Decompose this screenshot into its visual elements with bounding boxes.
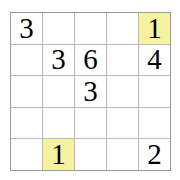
puzzle-page: 31364312: [0, 0, 180, 180]
cell-r5c2[interactable]: 1: [43, 139, 74, 170]
cell-r5c3[interactable]: [75, 139, 106, 170]
puzzle-board: 31364312: [10, 12, 171, 171]
cell-r2c1[interactable]: [11, 45, 42, 76]
cell-r3c2[interactable]: [43, 76, 74, 107]
cell-r3c5[interactable]: [139, 76, 170, 107]
cell-r3c3[interactable]: 3: [75, 76, 106, 107]
cell-r1c4[interactable]: [107, 13, 138, 44]
cell-r5c5[interactable]: 2: [139, 139, 170, 170]
cell-r4c4[interactable]: [107, 108, 138, 139]
cell-r1c5[interactable]: 1: [139, 13, 170, 44]
cell-r3c4[interactable]: [107, 76, 138, 107]
cell-r2c3[interactable]: 6: [75, 45, 106, 76]
cell-r4c3[interactable]: [75, 108, 106, 139]
cell-r5c1[interactable]: [11, 139, 42, 170]
cell-r3c1[interactable]: [11, 76, 42, 107]
cell-r1c1[interactable]: 3: [11, 13, 42, 44]
cell-r2c2[interactable]: 3: [43, 45, 74, 76]
cell-r2c4[interactable]: [107, 45, 138, 76]
cell-r4c2[interactable]: [43, 108, 74, 139]
cell-r5c4[interactable]: [107, 139, 138, 170]
cell-r1c2[interactable]: [43, 13, 74, 44]
cell-r4c1[interactable]: [11, 108, 42, 139]
cell-r1c3[interactable]: [75, 13, 106, 44]
cell-r2c5[interactable]: 4: [139, 45, 170, 76]
cell-r4c5[interactable]: [139, 108, 170, 139]
